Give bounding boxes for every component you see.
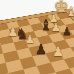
- chess-piece-light-bishop: ♝: [65, 5, 74, 18]
- chess-piece-dark-pawn: ♟: [62, 26, 72, 37]
- pieces-layer: ♚♝♟♟♝♟♟♞♟♟♟: [0, 0, 74, 74]
- chess-piece-dark-pawn: ♟: [35, 42, 48, 56]
- chess-piece-light-pawn: ♟: [25, 34, 35, 45]
- chess-piece-light-pawn: ♟: [52, 45, 64, 58]
- chess-piece-dark-bishop: ♝: [39, 18, 52, 33]
- product-photo-chess-set: ♚♝♟♟♝♟♟♞♟♟♟: [0, 0, 74, 74]
